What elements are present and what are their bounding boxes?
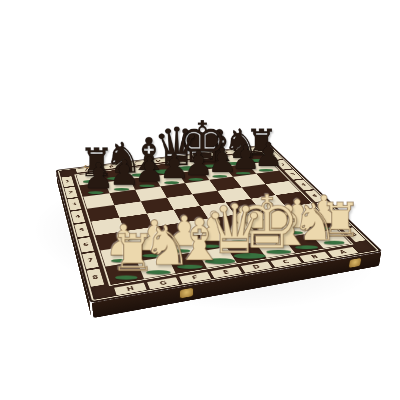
coord-label-4: 4 [71,210,86,223]
white-rook[interactable]: ♜ [110,229,143,277]
coord-label-6: 6 [78,237,94,252]
brass-clasp [180,288,193,298]
brass-hinge [349,258,361,268]
coord-label-7: 7 [82,252,99,269]
black-pawn[interactable]: ♟ [83,159,109,193]
coord-label-1: 1 [61,176,74,187]
coord-label-3: 3 [67,198,81,210]
coord-label-5: 5 [74,223,89,237]
coord-label-2: 2 [64,187,77,199]
coord-label-8: 8 [87,269,105,287]
square-a1[interactable]: ♜ [106,262,144,285]
squares-grid: ♜♞♝♛♚♝♞♜♟♟♟♟♟♟♟♟♟♟♟♟♟♟♟♟♜♞♝♛♚♝♞♜ [76,152,350,284]
